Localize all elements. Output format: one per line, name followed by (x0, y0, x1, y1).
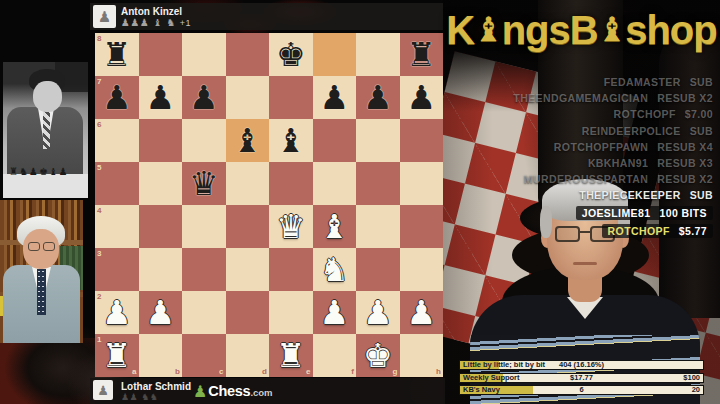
goal-value: $17.77 (460, 374, 703, 382)
streamer-mouth (573, 262, 597, 265)
event-item: ROTCHOPF$5.77 (602, 224, 713, 238)
square-e2[interactable] (269, 291, 313, 334)
file-label-e: e (306, 367, 310, 376)
square-a8[interactable]: 8♜ (95, 33, 139, 76)
square-c3[interactable] (182, 248, 226, 291)
captured-glyphs: ♟♟♟ ♝ ♞ (121, 17, 176, 28)
rank-label-5: 5 (97, 163, 101, 172)
goal-value: 404 (16.16%) (460, 361, 703, 369)
rank-label-3: 3 (97, 249, 101, 258)
channel-logo: K♝ngsB♝shop (443, 3, 720, 58)
event-item: ROTCHOPFPAWNRESUB X4 (554, 141, 713, 153)
rank-label-4: 4 (97, 206, 101, 215)
square-g1[interactable]: g♚ (356, 334, 400, 377)
square-d5[interactable] (226, 162, 270, 205)
white-knight-f3[interactable]: ♞ (313, 248, 357, 291)
event-user: ROTCHOPFPAWN (554, 141, 648, 153)
black-pawn-b7[interactable]: ♟ (139, 76, 183, 119)
black-bishop-d6[interactable]: ♝ (226, 119, 270, 162)
black-pawn-g7[interactable]: ♟ (356, 76, 400, 119)
event-item: THEPIECEKEEPERSUB (579, 189, 713, 201)
square-g3[interactable] (356, 248, 400, 291)
square-c1[interactable]: c (182, 334, 226, 377)
photo-chess-pieces: ♜♞♟♚♝♟ (9, 166, 88, 182)
square-f1[interactable]: f (313, 334, 357, 377)
square-a6[interactable]: 6 (95, 119, 139, 162)
chesscom-pawn-icon: ♟ (193, 382, 207, 401)
square-a2[interactable]: 2♟ (95, 291, 139, 334)
avatar-white-player[interactable]: ♟ (93, 380, 113, 400)
square-b6[interactable] (139, 119, 183, 162)
event-detail: RESUB X2 (657, 92, 713, 104)
event-detail: RESUB X4 (657, 141, 713, 153)
black-pawn-h7[interactable]: ♟ (400, 76, 444, 119)
event-detail: RESUB X3 (657, 157, 713, 169)
square-d4[interactable] (226, 205, 270, 248)
white-pawn-b2[interactable]: ♟ (139, 291, 183, 334)
logo-text: K (446, 8, 474, 53)
square-g8[interactable] (356, 33, 400, 76)
event-item: ROTCHOPF$7.00 (614, 108, 713, 120)
goal-target: $100 (683, 374, 700, 382)
rank-label-8: 8 (97, 34, 101, 43)
event-detail: SUB (690, 189, 713, 201)
black-bishop-e6[interactable]: ♝ (269, 119, 313, 162)
photo-black-player: ♜♞♟♚♝♟ (3, 62, 88, 198)
square-c4[interactable] (182, 205, 226, 248)
goal-bar: Weekly Support$17.77$100 (459, 373, 704, 383)
event-user: FEDAMASTER (604, 76, 681, 88)
square-e4[interactable]: ♛ (269, 205, 313, 248)
square-h5[interactable] (400, 162, 444, 205)
square-e7[interactable] (269, 76, 313, 119)
square-e8[interactable]: ♚ (269, 33, 313, 76)
black-pawn-f7[interactable]: ♟ (313, 76, 357, 119)
event-item: REINDEERPOLICESUB (582, 125, 713, 137)
square-f8[interactable] (313, 33, 357, 76)
event-item: MURDEROUSSPARTANRESUB X2 (524, 173, 713, 185)
square-a4[interactable]: 4 (95, 205, 139, 248)
square-f2[interactable]: ♟ (313, 291, 357, 334)
photo-white-player (0, 200, 83, 343)
file-label-b: b (175, 367, 180, 376)
photo-detail (33, 81, 62, 112)
event-item: JOESLIME81100 BITS (576, 206, 713, 220)
event-user: JOESLIME81 (582, 207, 651, 219)
square-e5[interactable] (269, 162, 313, 205)
square-c6[interactable] (182, 119, 226, 162)
square-b4[interactable] (139, 205, 183, 248)
square-h3[interactable] (400, 248, 444, 291)
rank-label-6: 6 (97, 120, 101, 129)
player-bar-bottom: ♟ Lothar Schmid ♟♟ ♞♞ ♟ Chess .com (90, 378, 445, 404)
square-a5[interactable]: 5 (95, 162, 139, 205)
event-user: MURDEROUSSPARTAN (524, 173, 648, 185)
square-g5[interactable] (356, 162, 400, 205)
square-f4[interactable]: ♝ (313, 205, 357, 248)
avatar-black-player[interactable]: ♟ (93, 5, 116, 28)
event-user: ROTCHOPF (614, 108, 676, 120)
square-e1[interactable]: e♜ (269, 334, 313, 377)
event-item: FEDAMASTERSUB (604, 76, 713, 88)
square-f6[interactable] (313, 119, 357, 162)
square-g2[interactable]: ♟ (356, 291, 400, 334)
player-bar-top: ♟ Anton Kinzel ♟♟♟ ♝ ♞+1 (90, 3, 443, 30)
captured-pieces-black: ♟♟♟ ♝ ♞+1 (121, 17, 191, 28)
square-f5[interactable] (313, 162, 357, 205)
pawn-icon: ♟ (98, 8, 111, 26)
square-g7[interactable]: ♟ (356, 76, 400, 119)
chesscom-tld: .com (250, 387, 272, 398)
goal-bar: Little by little; bit by bit404 (16.16%) (459, 360, 704, 370)
square-g6[interactable] (356, 119, 400, 162)
square-b7[interactable]: ♟ (139, 76, 183, 119)
white-bishop-f4[interactable]: ♝ (313, 205, 357, 248)
event-detail: $7.00 (685, 108, 713, 120)
square-b3[interactable] (139, 248, 183, 291)
chesscom-logo[interactable]: ♟ Chess .com (193, 381, 273, 401)
event-detail: SUB (690, 76, 713, 88)
square-h4[interactable] (400, 205, 444, 248)
chesscom-wordmark: Chess (208, 383, 250, 399)
square-b2[interactable]: ♟ (139, 291, 183, 334)
black-pawn-c7[interactable]: ♟ (182, 76, 226, 119)
square-d6[interactable]: ♝ (226, 119, 270, 162)
photo-detail (43, 242, 55, 251)
square-e6[interactable]: ♝ (269, 119, 313, 162)
event-user: THEPIECEKEEPER (579, 189, 680, 201)
player-name-white[interactable]: Lothar Schmid (121, 381, 191, 392)
photo-detail (43, 111, 50, 149)
event-list: FEDAMASTERSUBTHEENDGAMEMAGICIANRESUB X2R… (513, 76, 713, 242)
event-detail: $5.77 (679, 225, 707, 237)
event-item: KBKHAN91RESUB X3 (588, 157, 713, 169)
black-queen-c5[interactable]: ♛ (182, 162, 226, 205)
black-pawn-a7[interactable]: ♟ (95, 76, 139, 119)
event-detail: SUB (690, 125, 713, 137)
goal-bar: KB's Navy620 (459, 385, 704, 395)
black-rook-h8[interactable]: ♜ (400, 33, 444, 76)
white-pawn-h2[interactable]: ♟ (400, 291, 444, 334)
square-h8[interactable]: ♜ (400, 33, 444, 76)
square-d2[interactable] (226, 291, 270, 334)
rank-label-2: 2 (97, 292, 101, 301)
square-d1[interactable]: d (226, 334, 270, 377)
captured-glyphs: ♟♟ ♞♞ (121, 392, 159, 402)
white-queen-e4[interactable]: ♛ (269, 205, 313, 248)
square-c5[interactable]: ♛ (182, 162, 226, 205)
square-f3[interactable]: ♞ (313, 248, 357, 291)
material-advantage: +1 (180, 18, 191, 28)
square-a1[interactable]: 1a♜ (95, 334, 139, 377)
photo-detail (37, 269, 46, 315)
square-a3[interactable]: 3 (95, 248, 139, 291)
goal-target: 20 (692, 386, 700, 394)
event-user: REINDEERPOLICE (582, 125, 681, 137)
square-d8[interactable] (226, 33, 270, 76)
square-h7[interactable]: ♟ (400, 76, 444, 119)
square-h6[interactable] (400, 119, 444, 162)
event-detail: 100 BITS (659, 207, 707, 219)
chess-board[interactable]: 8♜♚♜7♟♟♟♟♟♟6♝♝5♛4♛♝3♞2♟♟♟♟♟1a♜bcde♜fg♚h (95, 33, 443, 377)
square-g4[interactable] (356, 205, 400, 248)
file-label-g: g (393, 367, 398, 376)
square-b5[interactable] (139, 162, 183, 205)
event-user: THEENDGAMEMAGICIAN (513, 92, 648, 104)
logo-text: ngsB (502, 8, 598, 53)
player-name-black[interactable]: Anton Kinzel (121, 6, 182, 17)
file-label-a: a (132, 367, 136, 376)
goal-value: 6 (460, 386, 703, 394)
square-b8[interactable] (139, 33, 183, 76)
square-d3[interactable] (226, 248, 270, 291)
square-a7[interactable]: 7♟ (95, 76, 139, 119)
event-detail: RESUB X2 (657, 173, 713, 185)
square-f7[interactable]: ♟ (313, 76, 357, 119)
square-c8[interactable] (182, 33, 226, 76)
bishop-icon: ♝ (473, 9, 502, 49)
square-h2[interactable]: ♟ (400, 291, 444, 334)
square-c7[interactable]: ♟ (182, 76, 226, 119)
rank-label-1: 1 (97, 335, 101, 344)
black-rook-a8[interactable]: ♜ (95, 33, 139, 76)
black-king-e8[interactable]: ♚ (269, 33, 313, 76)
white-pawn-f2[interactable]: ♟ (313, 291, 357, 334)
event-user: ROTCHOPF (608, 225, 670, 237)
stream-screen: ♜♞♟♚♝♟ (0, 0, 720, 404)
pawn-icon: ♟ (97, 383, 109, 398)
event-item: THEENDGAMEMAGICIANRESUB X2 (513, 92, 713, 104)
square-h1[interactable]: h (400, 334, 444, 377)
logo-text: shop (625, 8, 717, 53)
rank-label-7: 7 (97, 77, 101, 86)
square-e3[interactable] (269, 248, 313, 291)
file-label-d: d (262, 367, 267, 376)
file-label-f: f (351, 367, 354, 376)
goal-bars: Little by little; bit by bit404 (16.16%)… (459, 360, 704, 398)
file-label-c: c (219, 367, 223, 376)
square-d7[interactable] (226, 76, 270, 119)
square-c2[interactable] (182, 291, 226, 334)
white-pawn-a2[interactable]: ♟ (95, 291, 139, 334)
white-pawn-g2[interactable]: ♟ (356, 291, 400, 334)
bishop-icon: ♝ (597, 9, 626, 49)
photo-detail (28, 242, 40, 251)
square-b1[interactable]: b (139, 334, 183, 377)
file-label-h: h (436, 367, 441, 376)
captured-pieces-white: ♟♟ ♞♞ (121, 392, 159, 402)
event-user: KBKHAN91 (588, 157, 648, 169)
